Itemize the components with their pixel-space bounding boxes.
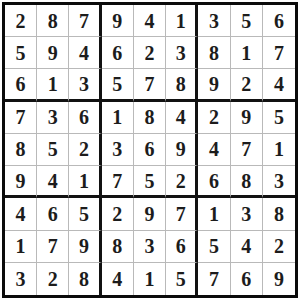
cell-r5c1[interactable]: 8 xyxy=(5,134,37,166)
cell-r8c6[interactable]: 6 xyxy=(166,231,198,263)
cell-r6c2[interactable]: 4 xyxy=(37,166,69,198)
cell-r4c7[interactable]: 2 xyxy=(198,102,230,134)
cell-r3c6[interactable]: 8 xyxy=(166,69,198,101)
cell-r8c8[interactable]: 4 xyxy=(231,231,263,263)
cell-r6c3[interactable]: 1 xyxy=(69,166,101,198)
cell-r9c7[interactable]: 7 xyxy=(198,263,230,295)
cell-r7c8[interactable]: 3 xyxy=(231,198,263,230)
cell-r8c4[interactable]: 8 xyxy=(102,231,134,263)
cell-r8c9[interactable]: 2 xyxy=(263,231,295,263)
cell-r1c2[interactable]: 8 xyxy=(37,5,69,37)
cell-r2c5[interactable]: 2 xyxy=(134,37,166,69)
sudoku-board: 2879413565946238176135789247361842958523… xyxy=(0,0,300,300)
cell-r6c6[interactable]: 2 xyxy=(166,166,198,198)
cell-r5c4[interactable]: 3 xyxy=(102,134,134,166)
cell-r5c5[interactable]: 6 xyxy=(134,134,166,166)
cell-r4c6[interactable]: 4 xyxy=(166,102,198,134)
cell-r2c2[interactable]: 9 xyxy=(37,37,69,69)
cell-r4c5[interactable]: 8 xyxy=(134,102,166,134)
cell-r3c3[interactable]: 3 xyxy=(69,69,101,101)
cell-r7c5[interactable]: 9 xyxy=(134,198,166,230)
cell-r4c9[interactable]: 5 xyxy=(263,102,295,134)
cell-r3c7[interactable]: 9 xyxy=(198,69,230,101)
cell-r1c8[interactable]: 5 xyxy=(231,5,263,37)
cell-r3c4[interactable]: 5 xyxy=(102,69,134,101)
cell-r9c5[interactable]: 1 xyxy=(134,263,166,295)
sudoku-grid: 2879413565946238176135789247361842958523… xyxy=(2,2,298,298)
cell-r5c7[interactable]: 4 xyxy=(198,134,230,166)
cell-r9c9[interactable]: 9 xyxy=(263,263,295,295)
cell-r7c6[interactable]: 7 xyxy=(166,198,198,230)
cell-r9c4[interactable]: 4 xyxy=(102,263,134,295)
cell-r7c1[interactable]: 4 xyxy=(5,198,37,230)
cell-r3c1[interactable]: 6 xyxy=(5,69,37,101)
cell-r9c6[interactable]: 5 xyxy=(166,263,198,295)
cell-r1c3[interactable]: 7 xyxy=(69,5,101,37)
cell-r2c8[interactable]: 1 xyxy=(231,37,263,69)
cell-r3c5[interactable]: 7 xyxy=(134,69,166,101)
cell-r8c3[interactable]: 9 xyxy=(69,231,101,263)
cell-r4c1[interactable]: 7 xyxy=(5,102,37,134)
cell-r3c8[interactable]: 2 xyxy=(231,69,263,101)
cell-r1c5[interactable]: 4 xyxy=(134,5,166,37)
cell-r2c7[interactable]: 8 xyxy=(198,37,230,69)
cell-r2c6[interactable]: 3 xyxy=(166,37,198,69)
cell-r1c7[interactable]: 3 xyxy=(198,5,230,37)
cell-r5c3[interactable]: 2 xyxy=(69,134,101,166)
cell-r8c2[interactable]: 7 xyxy=(37,231,69,263)
cell-r7c2[interactable]: 6 xyxy=(37,198,69,230)
cell-r1c4[interactable]: 9 xyxy=(102,5,134,37)
cell-r7c4[interactable]: 2 xyxy=(102,198,134,230)
cell-r5c8[interactable]: 7 xyxy=(231,134,263,166)
cell-r6c8[interactable]: 8 xyxy=(231,166,263,198)
cell-r7c3[interactable]: 5 xyxy=(69,198,101,230)
cell-r4c4[interactable]: 1 xyxy=(102,102,134,134)
cell-r4c2[interactable]: 3 xyxy=(37,102,69,134)
cell-r9c1[interactable]: 3 xyxy=(5,263,37,295)
cell-r3c2[interactable]: 1 xyxy=(37,69,69,101)
cell-r9c3[interactable]: 8 xyxy=(69,263,101,295)
cell-r9c2[interactable]: 2 xyxy=(37,263,69,295)
cell-r7c7[interactable]: 1 xyxy=(198,198,230,230)
cell-r5c2[interactable]: 5 xyxy=(37,134,69,166)
cell-r8c7[interactable]: 5 xyxy=(198,231,230,263)
cell-r6c1[interactable]: 9 xyxy=(5,166,37,198)
cell-r1c6[interactable]: 1 xyxy=(166,5,198,37)
cell-r6c9[interactable]: 3 xyxy=(263,166,295,198)
cell-r6c5[interactable]: 5 xyxy=(134,166,166,198)
cell-r6c4[interactable]: 7 xyxy=(102,166,134,198)
cell-r5c9[interactable]: 1 xyxy=(263,134,295,166)
cell-r3c9[interactable]: 4 xyxy=(263,69,295,101)
cell-r7c9[interactable]: 8 xyxy=(263,198,295,230)
cell-r2c4[interactable]: 6 xyxy=(102,37,134,69)
cell-r9c8[interactable]: 6 xyxy=(231,263,263,295)
cell-r6c7[interactable]: 6 xyxy=(198,166,230,198)
cell-r4c8[interactable]: 9 xyxy=(231,102,263,134)
cell-r5c6[interactable]: 9 xyxy=(166,134,198,166)
cell-r2c1[interactable]: 5 xyxy=(5,37,37,69)
cell-r1c1[interactable]: 2 xyxy=(5,5,37,37)
cell-r8c5[interactable]: 3 xyxy=(134,231,166,263)
cell-r2c3[interactable]: 4 xyxy=(69,37,101,69)
cell-r2c9[interactable]: 7 xyxy=(263,37,295,69)
cell-r8c1[interactable]: 1 xyxy=(5,231,37,263)
cell-r4c3[interactable]: 6 xyxy=(69,102,101,134)
cell-r1c9[interactable]: 6 xyxy=(263,5,295,37)
